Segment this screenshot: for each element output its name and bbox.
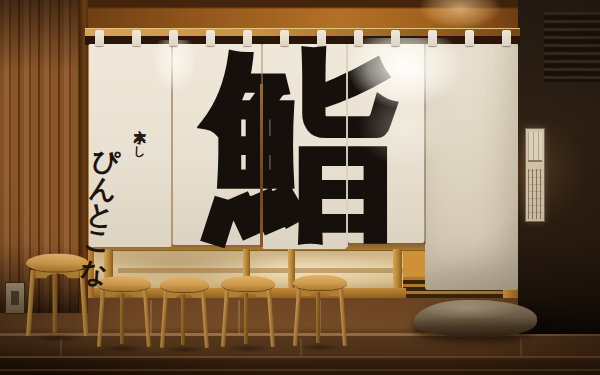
notice-sign (525, 128, 545, 222)
noren-tab (465, 30, 474, 46)
noren-tab (243, 30, 252, 46)
stool-leg (339, 289, 347, 346)
notice-sign-header (528, 132, 542, 162)
noren-tab (280, 30, 289, 46)
outlet-slot (11, 291, 19, 305)
floor-tile-joint (520, 338, 522, 356)
noren-tab (428, 30, 437, 46)
wall-slats (544, 12, 600, 82)
noren-tab (206, 30, 215, 46)
noren-tab (502, 30, 511, 46)
stool-leg (143, 290, 151, 347)
stool-leg (244, 292, 248, 344)
stool-leg (316, 291, 320, 343)
outlet-plate (5, 282, 25, 314)
storefront-scene: 六本木すし ぴんとこな 鮨 (0, 0, 600, 375)
noren-tab (391, 30, 400, 46)
noren-tab (354, 30, 363, 46)
noren-tab (132, 30, 141, 46)
right-dark-wall (518, 0, 600, 334)
stool-leg (267, 290, 275, 347)
noren-curtain: 六本木すし ぴんとこな 鮨 (85, 28, 520, 292)
stepping-stone (413, 300, 537, 337)
stool-leg (201, 291, 209, 348)
stool-leg (97, 290, 105, 347)
stool-leg (293, 289, 301, 346)
stool-leg (181, 293, 185, 345)
stool-leg (26, 270, 35, 336)
downlight-glow (137, 40, 209, 145)
stool-leg (160, 291, 168, 348)
stool-leg (221, 290, 229, 347)
wooden-stool (26, 254, 89, 342)
noren-tab (169, 30, 178, 46)
noren-tab (95, 30, 104, 46)
floor-grout-line (0, 356, 600, 358)
stool-leg (120, 292, 124, 344)
noren-tab (317, 30, 326, 46)
floor-grout-line (0, 369, 600, 371)
downlight-glow-soft (330, 88, 480, 218)
noren-slit-stick (260, 84, 263, 247)
shop-name-text: ぴんとこな (77, 128, 127, 270)
stool-leg (52, 272, 57, 332)
notice-sign-text-lines (528, 169, 542, 219)
